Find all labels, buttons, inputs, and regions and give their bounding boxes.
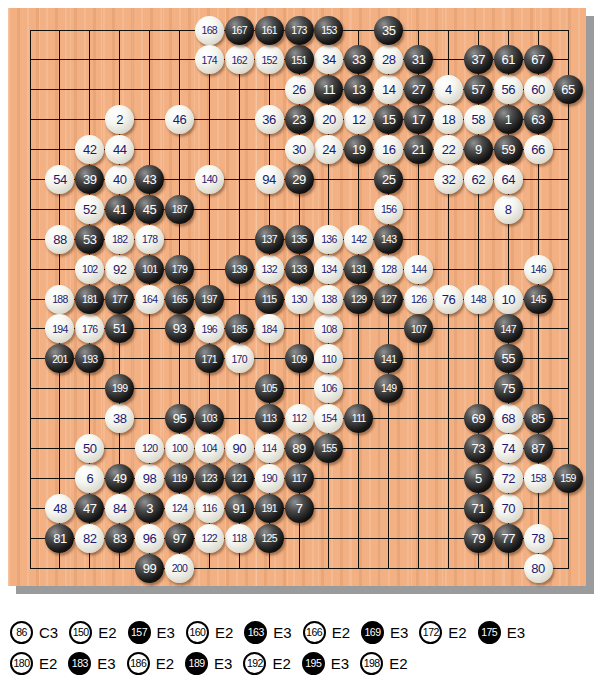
stone-number: 64: [501, 173, 514, 186]
stone-number: 89: [292, 442, 305, 455]
stone-113: 113: [255, 404, 284, 433]
stone-number: 72: [501, 472, 514, 485]
stone-number: 59: [501, 143, 514, 156]
stone-124: 124: [165, 494, 194, 523]
stone-154: 154: [314, 404, 343, 433]
stone-number: 39: [83, 173, 96, 186]
stone-number: 131: [351, 264, 366, 275]
caption-point-label: C3: [39, 624, 58, 641]
stone-number: 164: [142, 294, 157, 305]
stone-number: 134: [321, 264, 336, 275]
caption-entry-86: 86C3: [10, 621, 58, 644]
stone-number: 130: [291, 294, 306, 305]
stone-93: 93: [165, 314, 194, 343]
caption-entry-195: 195E3: [302, 652, 349, 675]
stone-184: 184: [255, 314, 284, 343]
stone-number: 16: [382, 143, 395, 156]
stone-number: 22: [442, 143, 455, 156]
stone-148: 148: [464, 285, 493, 314]
stone-number: 29: [292, 173, 305, 186]
stone-number: 32: [442, 173, 455, 186]
stone-number: 132: [261, 264, 276, 275]
stone-152: 152: [255, 45, 284, 74]
stone-53: 53: [75, 225, 104, 254]
caption-point-label: E2: [332, 624, 350, 641]
stone-145: 145: [524, 285, 553, 314]
caption-point-label: E2: [98, 624, 116, 641]
stone-24: 24: [314, 135, 343, 164]
stone-136: 136: [314, 225, 343, 254]
stone-number: 48: [53, 502, 66, 515]
stone-135: 135: [285, 225, 314, 254]
stone-number: 167: [231, 25, 246, 36]
caption-stone-192: 192: [243, 652, 266, 675]
stone-number: 45: [143, 203, 156, 216]
stone-number: 65: [561, 83, 574, 96]
stone-97: 97: [165, 524, 194, 553]
stone-153: 153: [314, 16, 343, 45]
stone-32: 32: [434, 165, 463, 194]
stone-number: 179: [172, 264, 187, 275]
caption-entry-186: 186E2: [127, 652, 174, 675]
stone-60: 60: [524, 75, 553, 104]
stone-115: 115: [255, 285, 284, 314]
stone-187: 187: [165, 195, 194, 224]
stone-31: 31: [404, 45, 433, 74]
stone-number: 201: [52, 354, 67, 365]
stone-number: 73: [472, 442, 485, 455]
caption-stone-189: 189: [185, 652, 208, 675]
stone-number: 104: [202, 443, 217, 454]
stone-111: 111: [344, 404, 373, 433]
stone-21: 21: [404, 135, 433, 164]
stone-number: 77: [501, 532, 514, 545]
stone-18: 18: [434, 105, 463, 134]
stone-52: 52: [75, 195, 104, 224]
stone-number: 20: [322, 113, 335, 126]
stone-1: 1: [494, 105, 523, 134]
stone-122: 122: [195, 524, 224, 553]
caption-entry-172: 172E2: [419, 621, 466, 644]
caption-stone-180: 180: [10, 652, 33, 675]
caption-entry-169: 169E3: [361, 621, 408, 644]
stone-number: 177: [112, 294, 127, 305]
stone-number: 190: [261, 473, 276, 484]
stone-33: 33: [344, 45, 373, 74]
stone-number: 108: [321, 324, 336, 335]
stone-number: 8: [505, 203, 512, 216]
stone-139: 139: [225, 255, 254, 284]
stone-number: 63: [531, 113, 544, 126]
stone-number: 66: [531, 143, 544, 156]
stone-179: 179: [165, 255, 194, 284]
stone-44: 44: [105, 135, 134, 164]
stone-number: 170: [231, 354, 246, 365]
stone-number: 83: [113, 532, 126, 545]
caption-entry-192: 192E2: [243, 652, 290, 675]
stone-114: 114: [255, 434, 284, 463]
caption-stone-175: 175: [478, 621, 501, 644]
stone-number: 93: [173, 322, 186, 335]
stone-number: 95: [173, 412, 186, 425]
caption-point-label: E3: [157, 624, 175, 641]
stone-64: 64: [494, 165, 523, 194]
stone-119: 119: [165, 464, 194, 493]
stone-number: 159: [560, 473, 575, 484]
stone-number: 81: [53, 532, 66, 545]
stone-59: 59: [494, 135, 523, 164]
stone-80: 80: [524, 554, 553, 583]
stone-106: 106: [314, 374, 343, 403]
stone-123: 123: [195, 464, 224, 493]
stone-number: 123: [202, 473, 217, 484]
stone-104: 104: [195, 434, 224, 463]
stone-96: 96: [135, 524, 164, 553]
stone-11: 11: [314, 75, 343, 104]
stone-197: 197: [195, 285, 224, 314]
go-diagram-screenshot: 1234567891011121314151617181920212223242…: [0, 0, 600, 689]
caption-entry-175: 175E3: [478, 621, 525, 644]
stone-116: 116: [195, 494, 224, 523]
stone-190: 190: [255, 464, 284, 493]
stone-number: 67: [531, 53, 544, 66]
caption-point-label: E3: [390, 624, 408, 641]
stone-201: 201: [45, 344, 74, 373]
stone-185: 185: [225, 314, 254, 343]
stone-69: 69: [464, 404, 493, 433]
stone-9: 9: [464, 135, 493, 164]
stone-90: 90: [225, 434, 254, 463]
stone-number: 162: [231, 55, 246, 66]
stone-number: 36: [262, 113, 275, 126]
stone-28: 28: [374, 45, 403, 74]
stone-number: 171: [202, 354, 217, 365]
stone-149: 149: [374, 374, 403, 403]
stone-number: 33: [352, 53, 365, 66]
stone-173: 173: [285, 16, 314, 45]
stone-number: 121: [231, 473, 246, 484]
stone-83: 83: [105, 524, 134, 553]
stone-number: 145: [530, 294, 545, 305]
stone-number: 109: [291, 354, 306, 365]
stone-130: 130: [285, 285, 314, 314]
stone-35: 35: [374, 16, 403, 45]
stone-200: 200: [165, 554, 194, 583]
stone-number: 114: [262, 443, 277, 454]
stone-164: 164: [135, 285, 164, 314]
stone-2: 2: [105, 105, 134, 134]
stone-8: 8: [494, 195, 523, 224]
caption-stone-186: 186: [127, 652, 150, 675]
stone-number: 144: [411, 264, 426, 275]
stone-number: 56: [501, 83, 514, 96]
stone-159: 159: [554, 464, 583, 493]
stone-number: 43: [143, 173, 156, 186]
caption-stone-195: 195: [302, 652, 325, 675]
stone-number: 119: [172, 473, 187, 484]
stone-13: 13: [344, 75, 373, 104]
stone-162: 162: [225, 45, 254, 74]
stone-101: 101: [135, 255, 164, 284]
stone-number: 199: [112, 383, 127, 394]
go-board[interactable]: 1234567891011121314151617181920212223242…: [8, 8, 586, 586]
stone-number: 42: [83, 143, 96, 156]
stone-number: 7: [296, 502, 303, 515]
stone-number: 74: [501, 442, 514, 455]
stone-number: 26: [292, 83, 305, 96]
stone-number: 38: [113, 412, 126, 425]
stone-170: 170: [225, 344, 254, 373]
stone-132: 132: [255, 255, 284, 284]
stone-129: 129: [344, 285, 373, 314]
stone-57: 57: [464, 75, 493, 104]
stone-143: 143: [374, 225, 403, 254]
stone-number: 91: [232, 502, 245, 515]
stone-number: 25: [382, 173, 395, 186]
stone-87: 87: [524, 434, 553, 463]
stone-36: 36: [255, 105, 284, 134]
stone-43: 43: [135, 165, 164, 194]
stone-71: 71: [464, 494, 493, 523]
caption-stone-150: 150: [69, 621, 92, 644]
stone-158: 158: [524, 464, 553, 493]
stone-85: 85: [524, 404, 553, 433]
stone-110: 110: [314, 344, 343, 373]
stone-48: 48: [45, 494, 74, 523]
stone-79: 79: [464, 524, 493, 553]
stone-94: 94: [255, 165, 284, 194]
stone-number: 2: [116, 113, 123, 126]
stone-95: 95: [165, 404, 194, 433]
stone-number: 76: [442, 293, 455, 306]
stone-167: 167: [225, 16, 254, 45]
stone-42: 42: [75, 135, 104, 164]
stone-number: 80: [531, 562, 544, 575]
stone-65: 65: [554, 75, 583, 104]
stone-number: 58: [472, 113, 485, 126]
stone-181: 181: [75, 285, 104, 314]
stone-193: 193: [75, 344, 104, 373]
stone-126: 126: [404, 285, 433, 314]
stone-66: 66: [524, 135, 553, 164]
stone-89: 89: [285, 434, 314, 463]
stone-number: 99: [143, 562, 156, 575]
stone-155: 155: [314, 434, 343, 463]
stone-91: 91: [225, 494, 254, 523]
stone-number: 18: [442, 113, 455, 126]
stone-19: 19: [344, 135, 373, 164]
caption-stone-160: 160: [186, 621, 209, 644]
stone-82: 82: [75, 524, 104, 553]
stone-92: 92: [105, 255, 134, 284]
stone-number: 46: [173, 113, 186, 126]
stone-number: 115: [262, 294, 277, 305]
caption-point-label: E2: [215, 624, 233, 641]
caption-row-1: 86C3150E2157E3160E2163E3166E2169E3172E21…: [10, 617, 594, 647]
stone-number: 96: [143, 532, 156, 545]
stone-number: 129: [351, 294, 366, 305]
stone-number: 165: [172, 294, 187, 305]
caption-entry-160: 160E2: [186, 621, 233, 644]
stone-196: 196: [195, 314, 224, 343]
caption-entry-183: 183E3: [68, 652, 115, 675]
stone-125: 125: [255, 524, 284, 553]
stone-98: 98: [135, 464, 164, 493]
stone-62: 62: [464, 165, 493, 194]
stone-30: 30: [285, 135, 314, 164]
stone-144: 144: [404, 255, 433, 284]
caption-point-label: E2: [156, 655, 174, 672]
stone-number: 137: [261, 234, 276, 245]
stone-number: 11: [323, 83, 336, 96]
stone-10: 10: [494, 285, 523, 314]
stone-49: 49: [105, 464, 134, 493]
stone-number: 194: [52, 324, 67, 335]
stone-63: 63: [524, 105, 553, 134]
stone-number: 127: [381, 294, 396, 305]
stone-128: 128: [374, 255, 403, 284]
stone-number: 142: [351, 234, 366, 245]
stone-54: 54: [45, 165, 74, 194]
caption-entry-166: 166E2: [303, 621, 350, 644]
stone-number: 41: [113, 203, 126, 216]
stone-number: 135: [291, 234, 306, 245]
stone-number: 193: [82, 354, 97, 365]
stone-number: 181: [82, 294, 97, 305]
stone-7: 7: [285, 494, 314, 523]
stone-6: 6: [75, 464, 104, 493]
stone-134: 134: [314, 255, 343, 284]
stone-100: 100: [165, 434, 194, 463]
stone-number: 141: [381, 354, 396, 365]
stone-number: 168: [202, 25, 217, 36]
stone-number: 191: [261, 503, 276, 514]
stone-number: 152: [261, 55, 276, 66]
stone-50: 50: [75, 434, 104, 463]
stone-number: 85: [531, 412, 544, 425]
stone-177: 177: [105, 285, 134, 314]
caption-point-label: E2: [272, 655, 290, 672]
stone-number: 70: [501, 502, 514, 515]
stone-number: 17: [412, 113, 425, 126]
stone-140: 140: [195, 165, 224, 194]
caption-row-2: 180E2183E3186E2189E3192E2195E3198E2: [10, 648, 594, 678]
stone-number: 71: [472, 502, 485, 515]
stone-number: 120: [142, 443, 157, 454]
stone-56: 56: [494, 75, 523, 104]
stone-number: 128: [381, 264, 396, 275]
grid-hline: [30, 568, 569, 569]
stone-70: 70: [494, 494, 523, 523]
stone-68: 68: [494, 404, 523, 433]
stone-number: 30: [292, 143, 305, 156]
stone-number: 21: [412, 143, 425, 156]
stone-75: 75: [494, 374, 523, 403]
stone-number: 62: [472, 173, 485, 186]
stone-number: 184: [261, 324, 276, 335]
stone-12: 12: [344, 105, 373, 134]
stone-120: 120: [135, 434, 164, 463]
stone-number: 173: [291, 25, 306, 36]
stone-number: 110: [322, 354, 337, 365]
stone-number: 178: [142, 234, 157, 245]
stone-4: 4: [434, 75, 463, 104]
caption-entry-163: 163E3: [244, 621, 291, 644]
caption-entry-198: 198E2: [360, 652, 407, 675]
stone-number: 101: [142, 264, 157, 275]
stone-number: 47: [83, 502, 96, 515]
stone-number: 122: [202, 533, 217, 544]
stone-81: 81: [45, 524, 74, 553]
stone-number: 188: [52, 294, 67, 305]
stone-number: 10: [501, 293, 514, 306]
stone-number: 84: [113, 502, 126, 515]
stone-number: 174: [202, 55, 217, 66]
stone-number: 44: [113, 143, 126, 156]
stone-15: 15: [374, 105, 403, 134]
stone-number: 185: [231, 324, 246, 335]
stone-number: 13: [352, 83, 365, 96]
stone-107: 107: [404, 314, 433, 343]
stone-number: 69: [472, 412, 485, 425]
stone-number: 102: [82, 264, 97, 275]
stone-number: 112: [292, 413, 307, 424]
stone-161: 161: [255, 16, 284, 45]
stone-147: 147: [494, 314, 523, 343]
stone-number: 116: [202, 503, 217, 514]
stone-number: 98: [143, 472, 156, 485]
stone-number: 158: [530, 473, 545, 484]
stone-number: 40: [113, 173, 126, 186]
stone-47: 47: [75, 494, 104, 523]
caption-entry-157: 157E3: [128, 621, 175, 644]
stone-number: 105: [261, 383, 276, 394]
stone-number: 197: [202, 294, 217, 305]
stone-168: 168: [195, 16, 224, 45]
stone-number: 187: [172, 204, 187, 215]
stone-number: 5: [475, 472, 482, 485]
caption-stone-166: 166: [303, 621, 326, 644]
stone-number: 103: [202, 413, 217, 424]
caption-stone-172: 172: [419, 621, 442, 644]
stone-99: 99: [135, 554, 164, 583]
stone-39: 39: [75, 165, 104, 194]
stone-117: 117: [285, 464, 314, 493]
stone-number: 54: [53, 173, 66, 186]
stone-156: 156: [374, 195, 403, 224]
stone-number: 51: [113, 322, 126, 335]
stone-182: 182: [105, 225, 134, 254]
stone-number: 151: [291, 55, 306, 66]
stone-146: 146: [524, 255, 553, 284]
stone-number: 136: [321, 234, 336, 245]
caption-stone-198: 198: [360, 652, 383, 675]
stone-number: 140: [202, 174, 217, 185]
stone-151: 151: [285, 45, 314, 74]
stone-72: 72: [494, 464, 523, 493]
stone-142: 142: [344, 225, 373, 254]
caption-entry-150: 150E2: [69, 621, 116, 644]
stone-number: 35: [382, 24, 395, 37]
stone-number: 90: [232, 442, 245, 455]
stone-191: 191: [255, 494, 284, 523]
stone-3: 3: [135, 494, 164, 523]
caption: 86C3150E2157E3160E2163E3166E2169E3172E21…: [10, 617, 594, 679]
stone-61: 61: [494, 45, 523, 74]
stone-77: 77: [494, 524, 523, 553]
caption-stone-163: 163: [244, 621, 267, 644]
stone-number: 106: [321, 383, 336, 394]
